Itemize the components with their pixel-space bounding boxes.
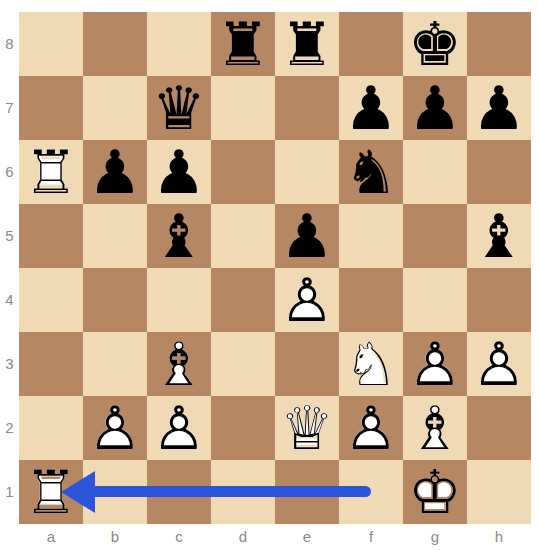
piece-white-knight[interactable]: ♞♘ [339, 332, 403, 396]
square-g5[interactable] [403, 204, 467, 268]
piece-black-pawn[interactable]: ♟ [275, 204, 339, 268]
rank-label-7: 7 [0, 76, 19, 140]
piece-white-pawn[interactable]: ♟♙ [339, 396, 403, 460]
square-h3[interactable]: ♟♙ [467, 332, 531, 396]
piece-black-bishop[interactable]: ♝ [147, 204, 211, 268]
square-a2[interactable] [19, 396, 83, 460]
square-d5[interactable] [211, 204, 275, 268]
square-h1[interactable] [467, 460, 531, 524]
square-g4[interactable] [403, 268, 467, 332]
square-b3[interactable] [83, 332, 147, 396]
file-label-d: d [211, 526, 275, 548]
piece-white-pawn[interactable]: ♟♙ [275, 268, 339, 332]
rank-label-8: 8 [0, 12, 19, 76]
square-g1[interactable]: ♚♔ [403, 460, 467, 524]
square-a5[interactable] [19, 204, 83, 268]
piece-white-bishop[interactable]: ♝♗ [147, 332, 211, 396]
square-b7[interactable] [83, 76, 147, 140]
piece-white-rook[interactable]: ♜♖ [19, 460, 83, 524]
rank-label-1: 1 [0, 460, 19, 524]
piece-white-king[interactable]: ♚♔ [403, 460, 467, 524]
piece-black-pawn[interactable]: ♟ [147, 140, 211, 204]
rank-label-2: 2 [0, 396, 19, 460]
square-h5[interactable]: ♝ [467, 204, 531, 268]
square-g8[interactable]: ♚ [403, 12, 467, 76]
square-d3[interactable] [211, 332, 275, 396]
square-e6[interactable] [275, 140, 339, 204]
rank-label-6: 6 [0, 140, 19, 204]
piece-black-bishop[interactable]: ♝ [467, 204, 531, 268]
square-d6[interactable] [211, 140, 275, 204]
file-label-e: e [275, 526, 339, 548]
rank-label-5: 5 [0, 204, 19, 268]
square-a6[interactable]: ♜♖ [19, 140, 83, 204]
square-c4[interactable] [147, 268, 211, 332]
piece-white-queen[interactable]: ♛♕ [275, 396, 339, 460]
square-g2[interactable]: ♝♗ [403, 396, 467, 460]
piece-white-pawn[interactable]: ♟♙ [403, 332, 467, 396]
square-b8[interactable] [83, 12, 147, 76]
square-g7[interactable]: ♟ [403, 76, 467, 140]
file-label-h: h [467, 526, 531, 548]
piece-black-king[interactable]: ♚ [403, 12, 467, 76]
square-d2[interactable] [211, 396, 275, 460]
piece-white-pawn[interactable]: ♟♙ [83, 396, 147, 460]
square-f8[interactable] [339, 12, 403, 76]
square-d8[interactable]: ♜ [211, 12, 275, 76]
square-b6[interactable]: ♟ [83, 140, 147, 204]
square-h2[interactable] [467, 396, 531, 460]
piece-black-rook[interactable]: ♜ [275, 12, 339, 76]
square-g3[interactable]: ♟♙ [403, 332, 467, 396]
file-label-c: c [147, 526, 211, 548]
square-h7[interactable]: ♟ [467, 76, 531, 140]
square-h8[interactable] [467, 12, 531, 76]
square-e2[interactable]: ♛♕ [275, 396, 339, 460]
square-d1[interactable] [211, 460, 275, 524]
piece-white-rook[interactable]: ♜♖ [19, 140, 83, 204]
square-b4[interactable] [83, 268, 147, 332]
file-label-g: g [403, 526, 467, 548]
square-f1[interactable] [339, 460, 403, 524]
square-c7[interactable]: ♛ [147, 76, 211, 140]
square-h4[interactable] [467, 268, 531, 332]
piece-black-pawn[interactable]: ♟ [83, 140, 147, 204]
piece-white-bishop[interactable]: ♝♗ [403, 396, 467, 460]
rank-label-4: 4 [0, 268, 19, 332]
piece-black-pawn[interactable]: ♟ [403, 76, 467, 140]
piece-black-queen[interactable]: ♛ [147, 76, 211, 140]
square-f3[interactable]: ♞♘ [339, 332, 403, 396]
piece-black-rook[interactable]: ♜ [211, 12, 275, 76]
piece-white-pawn[interactable]: ♟♙ [467, 332, 531, 396]
square-c6[interactable]: ♟ [147, 140, 211, 204]
chess-board: ♜♜♚♛♟♟♟♜♖♟♟♞♝♟♝♟♙♝♗♞♘♟♙♟♙♟♙♟♙♛♕♟♙♝♗♜♖♚♔ [19, 12, 531, 524]
square-h6[interactable] [467, 140, 531, 204]
square-a7[interactable] [19, 76, 83, 140]
square-b2[interactable]: ♟♙ [83, 396, 147, 460]
square-f7[interactable]: ♟ [339, 76, 403, 140]
square-a4[interactable] [19, 268, 83, 332]
square-e8[interactable]: ♜ [275, 12, 339, 76]
piece-black-pawn[interactable]: ♟ [467, 76, 531, 140]
square-a3[interactable] [19, 332, 83, 396]
square-d4[interactable] [211, 268, 275, 332]
square-c8[interactable] [147, 12, 211, 76]
square-c3[interactable]: ♝♗ [147, 332, 211, 396]
square-d7[interactable] [211, 76, 275, 140]
chess-board-panel: ♜♜♚♛♟♟♟♜♖♟♟♞♝♟♝♟♙♝♗♞♘♟♙♟♙♟♙♟♙♛♕♟♙♝♗♜♖♚♔ … [0, 0, 538, 550]
piece-white-pawn[interactable]: ♟♙ [147, 396, 211, 460]
rank-label-3: 3 [0, 332, 19, 396]
file-label-b: b [83, 526, 147, 548]
square-e5[interactable]: ♟ [275, 204, 339, 268]
file-label-f: f [339, 526, 403, 548]
square-c1[interactable] [147, 460, 211, 524]
square-e1[interactable] [275, 460, 339, 524]
square-b5[interactable] [83, 204, 147, 268]
square-c5[interactable]: ♝ [147, 204, 211, 268]
square-g6[interactable] [403, 140, 467, 204]
square-a1[interactable]: ♜♖ [19, 460, 83, 524]
square-f6[interactable]: ♞ [339, 140, 403, 204]
square-f2[interactable]: ♟♙ [339, 396, 403, 460]
square-f4[interactable] [339, 268, 403, 332]
square-e3[interactable] [275, 332, 339, 396]
piece-black-pawn[interactable]: ♟ [339, 76, 403, 140]
square-b1[interactable] [83, 460, 147, 524]
square-e7[interactable] [275, 76, 339, 140]
piece-black-knight[interactable]: ♞ [339, 140, 403, 204]
square-e4[interactable]: ♟♙ [275, 268, 339, 332]
square-f5[interactable] [339, 204, 403, 268]
file-label-a: a [19, 526, 83, 548]
square-a8[interactable] [19, 12, 83, 76]
square-c2[interactable]: ♟♙ [147, 396, 211, 460]
